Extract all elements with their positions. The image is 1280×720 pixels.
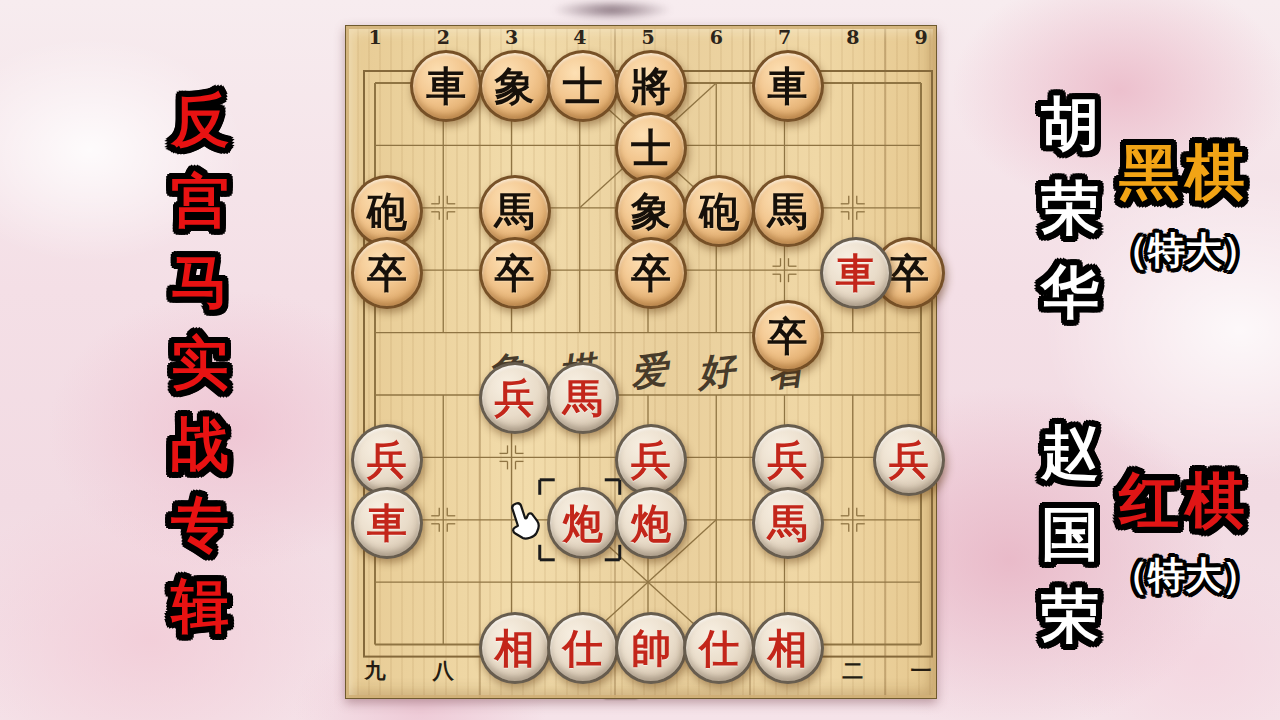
piece-glyph: 馬 <box>768 493 808 553</box>
piece-black-馬[interactable]: 馬 <box>479 175 551 247</box>
piece-glyph: 車 <box>768 56 808 116</box>
piece-glyph: 兵 <box>631 430 671 490</box>
title-char: 辑 <box>171 571 229 641</box>
piece-black-馬[interactable]: 馬 <box>752 175 824 247</box>
piece-red-兵[interactable]: 兵 <box>615 424 687 496</box>
piece-glyph: 士 <box>631 118 671 178</box>
piece-glyph: 馬 <box>563 368 603 428</box>
piece-red-兵[interactable]: 兵 <box>752 424 824 496</box>
file-label-top: 1 <box>360 28 390 46</box>
piece-red-兵[interactable]: 兵 <box>351 424 423 496</box>
title-char: 专 <box>171 490 229 560</box>
piece-red-帥[interactable]: 帥 <box>615 612 687 684</box>
note-red: （特大） <box>1097 551 1273 601</box>
piece-glyph: 仕 <box>699 618 739 678</box>
river-text-char: 好 <box>692 347 740 395</box>
piece-black-砲[interactable]: 砲 <box>351 175 423 247</box>
file-label-bottom: 九 <box>358 659 392 683</box>
video-frame: 反宫马实战专辑 胡荣华 黑棋 （特大） 赵国荣 红棋 （特大） 象棋爱好者 12… <box>0 0 1280 720</box>
piece-glyph: 砲 <box>367 181 407 241</box>
piece-glyph: 炮 <box>563 493 603 553</box>
title-char: 马 <box>171 247 229 317</box>
piece-red-相[interactable]: 相 <box>479 612 551 684</box>
file-label-bottom: 二 <box>836 659 870 683</box>
title-char: 赵 <box>1041 420 1099 484</box>
file-label-top: 4 <box>565 28 595 46</box>
piece-red-炮[interactable]: 炮 <box>615 487 687 559</box>
file-label-top: 9 <box>906 28 936 46</box>
piece-glyph: 車 <box>426 56 466 116</box>
piece-red-兵[interactable]: 兵 <box>873 424 945 496</box>
piece-black-卒[interactable]: 卒 <box>351 237 423 309</box>
title-char: 荣 <box>1041 176 1099 240</box>
piece-glyph: 兵 <box>889 430 929 490</box>
piece-red-車[interactable]: 車 <box>820 237 892 309</box>
piece-black-卒[interactable]: 卒 <box>752 300 824 372</box>
file-label-top: 2 <box>428 28 458 46</box>
title-char: 实 <box>171 328 229 398</box>
piece-red-炮[interactable]: 炮 <box>547 487 619 559</box>
file-label-top: 3 <box>497 28 527 46</box>
piece-glyph: 兵 <box>768 430 808 490</box>
video-artifact-top <box>552 0 672 20</box>
piece-glyph: 卒 <box>631 243 671 303</box>
piece-black-車[interactable]: 車 <box>410 50 482 122</box>
piece-red-馬[interactable]: 馬 <box>547 362 619 434</box>
piece-red-仕[interactable]: 仕 <box>547 612 619 684</box>
piece-glyph: 帥 <box>631 618 671 678</box>
left-title: 反宫马实战专辑 <box>162 85 238 641</box>
piece-glyph: 馬 <box>495 181 535 241</box>
side-label-red: 红棋 <box>1110 461 1260 542</box>
piece-glyph: 馬 <box>768 181 808 241</box>
piece-glyph: 卒 <box>889 243 929 303</box>
piece-black-士[interactable]: 士 <box>615 112 687 184</box>
river-text-char: 爱 <box>625 347 673 395</box>
piece-glyph: 兵 <box>367 430 407 490</box>
title-char: 胡 <box>1041 92 1099 156</box>
piece-red-馬[interactable]: 馬 <box>752 487 824 559</box>
note-black: （特大） <box>1097 226 1273 276</box>
piece-red-仕[interactable]: 仕 <box>683 612 755 684</box>
piece-glyph: 仕 <box>563 618 603 678</box>
piece-black-砲[interactable]: 砲 <box>683 175 755 247</box>
title-char: 荣 <box>1041 584 1099 648</box>
piece-glyph: 車 <box>367 493 407 553</box>
piece-glyph: 卒 <box>367 243 407 303</box>
piece-black-車[interactable]: 車 <box>752 50 824 122</box>
side-label-black: 黑棋 <box>1110 133 1260 214</box>
piece-black-將[interactable]: 將 <box>615 50 687 122</box>
title-char: 战 <box>171 409 229 479</box>
file-label-bottom: 一 <box>904 659 938 683</box>
piece-black-象[interactable]: 象 <box>615 175 687 247</box>
piece-glyph: 車 <box>836 243 876 303</box>
player-name-black: 胡荣华 <box>1034 92 1106 324</box>
piece-glyph: 士 <box>563 56 603 116</box>
piece-black-卒[interactable]: 卒 <box>479 237 551 309</box>
piece-glyph: 相 <box>768 618 808 678</box>
piece-black-士[interactable]: 士 <box>547 50 619 122</box>
piece-red-兵[interactable]: 兵 <box>479 362 551 434</box>
file-label-top: 6 <box>701 28 731 46</box>
piece-red-車[interactable]: 車 <box>351 487 423 559</box>
player-name-red: 赵国荣 <box>1034 420 1106 648</box>
title-char: 反 <box>171 85 229 155</box>
piece-glyph: 卒 <box>768 306 808 366</box>
piece-black-卒[interactable]: 卒 <box>615 237 687 309</box>
xiangqi-board[interactable]: 象棋爱好者 123456789 九八七六五四三二一 車象士將車士砲馬象砲馬卒卒卒… <box>345 25 937 699</box>
title-char: 华 <box>1041 260 1099 324</box>
piece-glyph: 卒 <box>495 243 535 303</box>
file-label-top: 8 <box>838 28 868 46</box>
cursor-hand-icon <box>507 499 543 541</box>
piece-glyph: 砲 <box>699 181 739 241</box>
piece-glyph: 象 <box>495 56 535 116</box>
file-label-bottom: 八 <box>426 659 460 683</box>
piece-glyph: 炮 <box>631 493 671 553</box>
piece-glyph: 兵 <box>495 368 535 428</box>
file-label-top: 5 <box>633 28 663 46</box>
file-label-top: 7 <box>770 28 800 46</box>
piece-glyph: 相 <box>495 618 535 678</box>
title-char: 宫 <box>171 166 229 236</box>
piece-glyph: 將 <box>631 56 671 116</box>
piece-red-相[interactable]: 相 <box>752 612 824 684</box>
title-char: 国 <box>1041 502 1099 566</box>
piece-black-象[interactable]: 象 <box>479 50 551 122</box>
piece-glyph: 象 <box>631 181 671 241</box>
